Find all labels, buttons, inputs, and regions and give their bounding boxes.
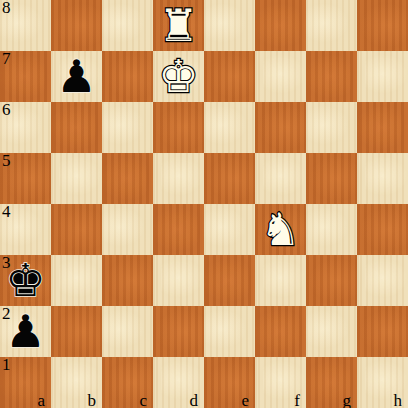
- square-d7[interactable]: ♚: [153, 51, 204, 102]
- square-b3[interactable]: [51, 255, 102, 306]
- piece-white-king[interactable]: ♚: [158, 51, 198, 102]
- square-h5[interactable]: [357, 153, 408, 204]
- piece-white-knight[interactable]: ♞: [260, 204, 300, 255]
- square-e3[interactable]: [204, 255, 255, 306]
- square-h6[interactable]: [357, 102, 408, 153]
- square-f8[interactable]: [255, 0, 306, 51]
- square-c2[interactable]: [102, 306, 153, 357]
- square-a4[interactable]: 4: [0, 204, 51, 255]
- square-e6[interactable]: [204, 102, 255, 153]
- square-c3[interactable]: [102, 255, 153, 306]
- square-e4[interactable]: [204, 204, 255, 255]
- square-d2[interactable]: [153, 306, 204, 357]
- square-f6[interactable]: [255, 102, 306, 153]
- square-c5[interactable]: [102, 153, 153, 204]
- piece-white-rook[interactable]: ♜: [158, 0, 198, 51]
- square-g3[interactable]: [306, 255, 357, 306]
- square-c1[interactable]: c: [102, 357, 153, 408]
- square-a3[interactable]: 3♚: [0, 255, 51, 306]
- square-e1[interactable]: e: [204, 357, 255, 408]
- square-a5[interactable]: 5: [0, 153, 51, 204]
- square-f5[interactable]: [255, 153, 306, 204]
- rank-label-6: 6: [2, 101, 11, 119]
- square-d8[interactable]: ♜: [153, 0, 204, 51]
- square-h4[interactable]: [357, 204, 408, 255]
- square-b1[interactable]: b: [51, 357, 102, 408]
- square-d6[interactable]: [153, 102, 204, 153]
- piece-black-king[interactable]: ♚: [5, 255, 45, 306]
- rank-label-2: 2: [2, 305, 11, 323]
- square-h7[interactable]: [357, 51, 408, 102]
- square-a1[interactable]: 1a: [0, 357, 51, 408]
- square-e2[interactable]: [204, 306, 255, 357]
- square-b8[interactable]: [51, 0, 102, 51]
- square-e5[interactable]: [204, 153, 255, 204]
- square-e8[interactable]: [204, 0, 255, 51]
- square-h3[interactable]: [357, 255, 408, 306]
- square-g8[interactable]: [306, 0, 357, 51]
- piece-black-pawn[interactable]: ♟: [5, 306, 45, 357]
- square-f1[interactable]: f: [255, 357, 306, 408]
- square-g4[interactable]: [306, 204, 357, 255]
- square-a6[interactable]: 6: [0, 102, 51, 153]
- square-f3[interactable]: [255, 255, 306, 306]
- file-label-d: d: [190, 392, 199, 408]
- square-d1[interactable]: d: [153, 357, 204, 408]
- square-f7[interactable]: [255, 51, 306, 102]
- file-label-a: a: [37, 392, 45, 408]
- file-label-f: f: [294, 392, 300, 408]
- square-g7[interactable]: [306, 51, 357, 102]
- file-label-g: g: [343, 392, 352, 408]
- square-h1[interactable]: h: [357, 357, 408, 408]
- square-d3[interactable]: [153, 255, 204, 306]
- square-c6[interactable]: [102, 102, 153, 153]
- square-e7[interactable]: [204, 51, 255, 102]
- square-g2[interactable]: [306, 306, 357, 357]
- square-b4[interactable]: [51, 204, 102, 255]
- square-d5[interactable]: [153, 153, 204, 204]
- rank-label-7: 7: [2, 50, 11, 68]
- square-b2[interactable]: [51, 306, 102, 357]
- file-label-h: h: [394, 392, 403, 408]
- square-d4[interactable]: [153, 204, 204, 255]
- square-g5[interactable]: [306, 153, 357, 204]
- square-f2[interactable]: [255, 306, 306, 357]
- square-a2[interactable]: 2♟: [0, 306, 51, 357]
- square-g1[interactable]: g: [306, 357, 357, 408]
- square-a7[interactable]: 7: [0, 51, 51, 102]
- square-c7[interactable]: [102, 51, 153, 102]
- file-label-b: b: [88, 392, 97, 408]
- square-c8[interactable]: [102, 0, 153, 51]
- rank-label-1: 1: [2, 356, 11, 374]
- rank-label-3: 3: [2, 254, 11, 272]
- rank-label-5: 5: [2, 152, 11, 170]
- square-c4[interactable]: [102, 204, 153, 255]
- rank-label-8: 8: [2, 0, 11, 17]
- square-g6[interactable]: [306, 102, 357, 153]
- file-label-e: e: [241, 392, 249, 408]
- square-h2[interactable]: [357, 306, 408, 357]
- square-a8[interactable]: 8: [0, 0, 51, 51]
- square-h8[interactable]: [357, 0, 408, 51]
- file-label-c: c: [139, 392, 147, 408]
- square-b6[interactable]: [51, 102, 102, 153]
- square-b5[interactable]: [51, 153, 102, 204]
- chess-board: 8♜7♟♚654♞3♚2♟1abcdefgh: [0, 0, 408, 408]
- rank-label-4: 4: [2, 203, 11, 221]
- square-b7[interactable]: ♟: [51, 51, 102, 102]
- piece-black-pawn[interactable]: ♟: [56, 51, 96, 102]
- square-f4[interactable]: ♞: [255, 204, 306, 255]
